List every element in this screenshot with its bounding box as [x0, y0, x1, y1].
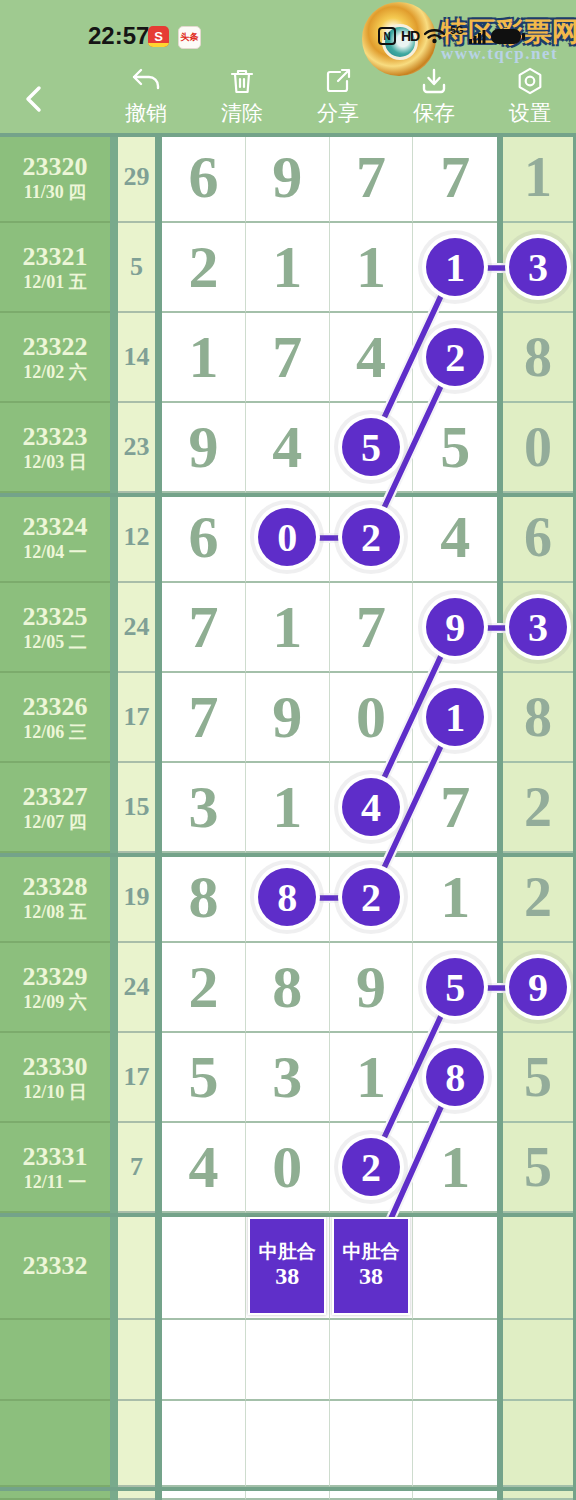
- digit-cell-last[interactable]: 0: [503, 403, 573, 493]
- period-cell: [0, 1320, 110, 1401]
- circled-digit[interactable]: 0: [258, 508, 316, 566]
- table-row: 2332812/08 五1988212: [0, 853, 576, 943]
- circled-digit[interactable]: 2: [426, 328, 484, 386]
- period-number: 23321: [23, 242, 88, 272]
- digit-cell[interactable]: 9: [246, 133, 330, 223]
- period-date: 11/30 四: [24, 182, 87, 203]
- digit-cell-last[interactable]: 8: [503, 673, 573, 763]
- period-cell: 2332812/08 五: [0, 853, 110, 943]
- app-icon-s: S: [148, 26, 169, 47]
- circled-digit[interactable]: 3: [509, 238, 567, 296]
- digit-cell[interactable]: 1: [413, 853, 497, 943]
- period-cell: 2332612/06 三: [0, 673, 110, 763]
- digit-cell[interactable]: 4: [330, 313, 414, 403]
- network-5g-label: 5G: [450, 25, 463, 36]
- digit-cell-last[interactable]: [503, 1401, 573, 1487]
- circled-digit[interactable]: 4: [342, 778, 400, 836]
- share-label: 分享: [317, 99, 359, 127]
- digit-cell-last[interactable]: 3: [503, 223, 573, 313]
- period-date: 12/10 日: [23, 1082, 87, 1103]
- digit-cell[interactable]: 2: [413, 313, 497, 403]
- digit-cell-last[interactable]: [503, 1213, 573, 1320]
- app-icon-toutiao: 头条: [178, 26, 201, 49]
- column-divider: [110, 313, 118, 403]
- digit-cell[interactable]: 1: [246, 223, 330, 313]
- period-number: 23326: [23, 692, 88, 722]
- period-date: 12/06 三: [23, 722, 87, 743]
- digit-cell[interactable]: 7: [413, 133, 497, 223]
- settings-icon: [515, 66, 545, 96]
- signal-bars-icon: [469, 29, 486, 44]
- annotation-box[interactable]: 中肚合38: [248, 1217, 326, 1315]
- sum-cell: 15: [118, 763, 155, 853]
- column-divider: [155, 673, 162, 763]
- sum-cell: [118, 1213, 155, 1320]
- digit-cell[interactable]: 1: [246, 583, 330, 673]
- period-cell: 2332112/01 五: [0, 223, 110, 313]
- digit-cell[interactable]: [162, 1320, 246, 1401]
- digit-cell[interactable]: 1: [246, 763, 330, 853]
- digit-cell[interactable]: [413, 1213, 497, 1320]
- period-date: 12/01 五: [23, 272, 87, 293]
- back-button[interactable]: [20, 84, 48, 114]
- undo-icon: [130, 66, 162, 96]
- column-divider: [155, 943, 162, 1033]
- circled-digit[interactable]: 2: [342, 868, 400, 926]
- digit-cell[interactable]: 6: [162, 133, 246, 223]
- period-cell: 2332212/02 六: [0, 313, 110, 403]
- column-divider: [110, 1320, 118, 1401]
- digit-cell[interactable]: [246, 1320, 330, 1401]
- clear-button[interactable]: 清除: [194, 60, 290, 133]
- period-number: 23327: [23, 782, 88, 812]
- column-divider: [155, 223, 162, 313]
- digit-cell[interactable]: 9: [330, 943, 414, 1033]
- digit-cell[interactable]: 1: [413, 1123, 497, 1213]
- digit-cell-last[interactable]: 3: [503, 583, 573, 673]
- period-cell: 23332: [0, 1213, 110, 1320]
- digit-cell[interactable]: 0: [246, 493, 330, 583]
- wifi-icon: [424, 28, 445, 44]
- trend-chart-board: 2332011/30 四29697712332112/01 五521113233…: [0, 133, 576, 1500]
- digit-cell-last[interactable]: 2: [503, 763, 573, 853]
- period-number: 23330: [23, 1052, 88, 1082]
- table-row: 2333112/11 一740215: [0, 1123, 576, 1213]
- period-cell: 2332712/07 四: [0, 763, 110, 853]
- group-separator: [0, 853, 576, 857]
- sum-cell: 23: [118, 403, 155, 493]
- status-bar: 22:57 S 头条 特区彩票网 www.tqcp.net N HD 5G: [0, 0, 576, 60]
- circled-digit[interactable]: 8: [426, 1048, 484, 1106]
- circled-digit[interactable]: 9: [509, 958, 567, 1016]
- digit-cell[interactable]: 0: [330, 673, 414, 763]
- digit-cell-last[interactable]: 5: [503, 1123, 573, 1213]
- hd-icon: HD: [401, 28, 419, 44]
- save-icon: [419, 66, 449, 96]
- period-cell: 2332912/09 六: [0, 943, 110, 1033]
- undo-label: 撤销: [125, 99, 167, 127]
- column-divider: [110, 223, 118, 313]
- save-label: 保存: [413, 99, 455, 127]
- toolbar-items: 撤销 清除 分享 保存: [98, 60, 576, 133]
- undo-button[interactable]: 撤销: [98, 60, 194, 133]
- column-divider: [110, 493, 118, 583]
- column-divider: [155, 853, 162, 943]
- circled-digit[interactable]: 8: [258, 868, 316, 926]
- digit-cell-last[interactable]: 9: [503, 943, 573, 1033]
- digit-cell[interactable]: 2: [330, 853, 414, 943]
- sum-cell: 19: [118, 853, 155, 943]
- nfc-icon: N: [378, 27, 396, 45]
- period-number: 23328: [23, 872, 88, 902]
- table-row: 2332912/09 六2428959: [0, 943, 576, 1033]
- annotation-value: 38: [359, 1263, 383, 1291]
- column-divider: [110, 133, 118, 223]
- column-divider: [155, 1123, 162, 1213]
- period-date: 12/05 二: [23, 632, 87, 653]
- sum-cell: 14: [118, 313, 155, 403]
- period-number: 23323: [23, 422, 88, 452]
- column-divider: [110, 943, 118, 1033]
- digit-cell[interactable]: 1: [330, 1033, 414, 1123]
- digit-cell[interactable]: 中肚合38: [246, 1213, 330, 1320]
- digit-cell[interactable]: 4: [413, 493, 497, 583]
- digit-cell[interactable]: 7: [330, 583, 414, 673]
- table-row: 2332512/05 二2471793: [0, 583, 576, 673]
- circled-digit[interactable]: 1: [426, 238, 484, 296]
- period-date: 12/02 六: [23, 362, 87, 383]
- digit-cell[interactable]: 5: [413, 403, 497, 493]
- table-row: 2332112/01 五521113: [0, 223, 576, 313]
- digit-cell[interactable]: 8: [246, 853, 330, 943]
- period-number: 23325: [23, 602, 88, 632]
- digit-cell-last[interactable]: 8: [503, 313, 573, 403]
- digit-cell[interactable]: 9: [413, 583, 497, 673]
- column-divider: [155, 313, 162, 403]
- save-button[interactable]: 保存: [386, 60, 482, 133]
- digit-cell[interactable]: 7: [162, 583, 246, 673]
- sum-cell: 17: [118, 673, 155, 763]
- sum-cell: 12: [118, 493, 155, 583]
- digit-cell-last[interactable]: 6: [503, 493, 573, 583]
- digit-cell[interactable]: 1: [413, 673, 497, 763]
- digit-cell[interactable]: 8: [162, 853, 246, 943]
- digit-cell[interactable]: [413, 1320, 497, 1401]
- table-row: 23332中肚合38中肚合38: [0, 1213, 576, 1320]
- digit-cell[interactable]: 7: [413, 763, 497, 853]
- digit-cell[interactable]: 7: [330, 133, 414, 223]
- group-separator: [0, 133, 576, 137]
- digit-cell[interactable]: 9: [162, 403, 246, 493]
- period-number: 23320: [23, 152, 88, 182]
- system-status-icons: N HD 5G: [378, 27, 521, 45]
- digit-cell[interactable]: 0: [246, 1123, 330, 1213]
- settings-label: 设置: [509, 99, 551, 127]
- period-cell: [0, 1401, 110, 1487]
- period-cell: 2333112/11 一: [0, 1123, 110, 1213]
- chart-rows: 2332011/30 四29697712332112/01 五521113233…: [0, 133, 576, 1500]
- group-separator: [0, 1487, 576, 1491]
- digit-cell-last[interactable]: 2: [503, 853, 573, 943]
- digit-cell[interactable]: 5: [162, 1033, 246, 1123]
- column-divider: [110, 673, 118, 763]
- sum-cell: [118, 1320, 155, 1401]
- sum-cell: 29: [118, 133, 155, 223]
- digit-cell[interactable]: 4: [162, 1123, 246, 1213]
- digit-cell[interactable]: 6: [162, 493, 246, 583]
- column-divider: [155, 1213, 162, 1320]
- table-row: 2332612/06 三1779018: [0, 673, 576, 763]
- digit-cell-last[interactable]: 5: [503, 1033, 573, 1123]
- circled-digit[interactable]: 5: [426, 958, 484, 1016]
- digit-cell[interactable]: 2: [330, 493, 414, 583]
- column-divider: [110, 1401, 118, 1487]
- circled-digit[interactable]: 9: [426, 598, 484, 656]
- period-date: 12/04 一: [23, 542, 87, 563]
- digit-cell[interactable]: 7: [162, 673, 246, 763]
- column-divider: [110, 1033, 118, 1123]
- sum-cell: 7: [118, 1123, 155, 1213]
- period-date: 12/08 五: [23, 902, 87, 923]
- circled-digit[interactable]: 1: [426, 688, 484, 746]
- digit-cell[interactable]: 9: [246, 673, 330, 763]
- column-divider: [155, 1033, 162, 1123]
- table-row: 2332712/07 四1531472: [0, 763, 576, 853]
- digit-cell[interactable]: 2: [330, 1123, 414, 1213]
- digit-cell[interactable]: 4: [330, 763, 414, 853]
- annotation-box[interactable]: 中肚合38: [332, 1217, 410, 1315]
- column-divider: [110, 1123, 118, 1213]
- period-date: 12/07 四: [23, 812, 87, 833]
- app-screen: 22:57 S 头条 特区彩票网 www.tqcp.net N HD 5G: [0, 0, 576, 1500]
- digit-cell[interactable]: 3: [246, 1033, 330, 1123]
- period-cell: 2332512/05 二: [0, 583, 110, 673]
- column-divider: [155, 493, 162, 583]
- digit-cell[interactable]: [413, 1401, 497, 1487]
- table-row: [0, 1320, 576, 1401]
- period-cell: 2332011/30 四: [0, 133, 110, 223]
- column-divider: [155, 133, 162, 223]
- back-chevron-icon: [20, 84, 48, 114]
- sum-cell: 17: [118, 1033, 155, 1123]
- settings-button[interactable]: 设置: [482, 60, 576, 133]
- period-number: 23324: [23, 512, 88, 542]
- column-divider: [110, 583, 118, 673]
- digit-cell[interactable]: [246, 1401, 330, 1487]
- column-divider: [155, 403, 162, 493]
- period-number: 23322: [23, 332, 88, 362]
- column-divider: [155, 583, 162, 673]
- table-row: 2332412/04 一1260246: [0, 493, 576, 583]
- digit-cell[interactable]: 1: [330, 223, 414, 313]
- circled-digit[interactable]: 5: [342, 418, 400, 476]
- circled-digit[interactable]: 2: [342, 508, 400, 566]
- digit-cell[interactable]: 1: [413, 223, 497, 313]
- digit-cell[interactable]: 8: [413, 1033, 497, 1123]
- digit-cell[interactable]: [162, 1213, 246, 1320]
- period-date: 12/09 六: [23, 992, 87, 1013]
- digit-cell[interactable]: 4: [246, 403, 330, 493]
- battery-icon: [491, 29, 521, 44]
- digit-cell-last[interactable]: 1: [503, 133, 573, 223]
- digit-cell[interactable]: 7: [246, 313, 330, 403]
- column-divider: [110, 1213, 118, 1320]
- digit-cell[interactable]: 2: [162, 223, 246, 313]
- trash-icon: [227, 66, 257, 96]
- column-divider: [110, 853, 118, 943]
- table-row: 2333012/10 日1753185: [0, 1033, 576, 1123]
- digit-cell[interactable]: [330, 1401, 414, 1487]
- sum-cell: [118, 1401, 155, 1487]
- digit-cell[interactable]: 5: [413, 943, 497, 1033]
- annotation-text: 中肚合: [259, 1241, 316, 1263]
- digit-cell-last[interactable]: [503, 1320, 573, 1401]
- column-divider: [110, 763, 118, 853]
- column-divider: [155, 1320, 162, 1401]
- digit-cell[interactable]: 8: [246, 943, 330, 1033]
- column-divider: [110, 403, 118, 493]
- digit-cell[interactable]: 3: [162, 763, 246, 853]
- group-separator: [0, 493, 576, 497]
- digit-cell[interactable]: 1: [162, 313, 246, 403]
- share-button[interactable]: 分享: [290, 60, 386, 133]
- column-divider: [155, 763, 162, 853]
- period-number: 23329: [23, 962, 88, 992]
- period-cell: 2332312/03 日: [0, 403, 110, 493]
- sum-cell: 5: [118, 223, 155, 313]
- sum-cell: 24: [118, 583, 155, 673]
- period-cell: 2333012/10 日: [0, 1033, 110, 1123]
- digit-cell[interactable]: 中肚合38: [330, 1213, 414, 1320]
- toolbar: 撤销 清除 分享 保存: [0, 60, 576, 133]
- circled-digit[interactable]: 2: [342, 1138, 400, 1196]
- sum-cell: 24: [118, 943, 155, 1033]
- period-number: 23331: [23, 1142, 88, 1172]
- digit-cell[interactable]: 5: [330, 403, 414, 493]
- table-row: 2332312/03 日2394550: [0, 403, 576, 493]
- period-date: 12/03 日: [23, 452, 87, 473]
- digit-cell[interactable]: [162, 1401, 246, 1487]
- period-date: 12/11 一: [24, 1172, 87, 1193]
- table-row: 2332212/02 六1417428: [0, 313, 576, 403]
- table-row: [0, 1401, 576, 1487]
- period-number: 23332: [23, 1251, 88, 1281]
- share-icon: [323, 66, 353, 96]
- annotation-value: 38: [275, 1263, 299, 1291]
- column-divider: [155, 1401, 162, 1487]
- digit-cell[interactable]: [330, 1320, 414, 1401]
- table-row: 2332011/30 四2969771: [0, 133, 576, 223]
- annotation-text: 中肚合: [342, 1241, 399, 1263]
- period-cell: 2332412/04 一: [0, 493, 110, 583]
- digit-cell[interactable]: 2: [162, 943, 246, 1033]
- clock-time: 22:57: [88, 22, 149, 50]
- circled-digit[interactable]: 3: [509, 598, 567, 656]
- clear-label: 清除: [221, 99, 263, 127]
